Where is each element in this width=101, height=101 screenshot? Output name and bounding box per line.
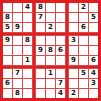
cell-r9c3-empty[interactable]: [23, 89, 32, 98]
cell-r6c2-empty[interactable]: [13, 56, 22, 65]
cell-r1c2-empty[interactable]: [13, 3, 22, 12]
cell-r9c4-empty[interactable]: [36, 89, 45, 98]
cell-r9c5-empty[interactable]: [46, 89, 55, 98]
cell-r8c8-empty[interactable]: [79, 79, 88, 88]
cell-r7c7-empty[interactable]: [69, 69, 78, 78]
cell-r3c8-given: 6: [79, 23, 88, 32]
cell-r5c5-given: 8: [46, 46, 55, 55]
cell-r7c1-empty[interactable]: [3, 69, 12, 78]
cell-r6c8-empty[interactable]: [79, 56, 88, 65]
box-separator-horizontal: [3, 66, 98, 68]
cell-r1c9-empty[interactable]: [89, 3, 98, 12]
cell-r7c8-given: 5: [79, 69, 88, 78]
cell-r4c6-empty[interactable]: [56, 36, 65, 45]
cell-r7c4-empty[interactable]: [36, 69, 45, 78]
cell-r4c5-empty[interactable]: [46, 36, 55, 45]
cell-r2c8-empty[interactable]: [79, 13, 88, 22]
cell-r4c7-given: 3: [69, 36, 78, 45]
cell-r8c3-empty[interactable]: [23, 79, 32, 88]
box-separator-vertical: [33, 3, 35, 98]
cell-r4c2-empty[interactable]: [13, 36, 22, 45]
cell-r2c3-empty[interactable]: [23, 13, 32, 22]
cell-r6c3-given: 1: [23, 56, 32, 65]
cell-r1c8-given: 2: [79, 3, 88, 12]
cell-r7c9-given: 4: [89, 69, 98, 78]
cell-r8c9-given: 3: [89, 79, 98, 88]
cell-r4c8-empty[interactable]: [79, 36, 88, 45]
cell-r5c8-empty[interactable]: [79, 46, 88, 55]
cell-r3c4-empty[interactable]: [36, 23, 45, 32]
cell-r6c6-empty[interactable]: [56, 56, 65, 65]
cell-r7c2-given: 7: [13, 69, 22, 78]
cell-r5c9-empty[interactable]: [89, 46, 98, 55]
cell-r8c6-given: 7: [56, 79, 65, 88]
cell-r3c6-empty[interactable]: [56, 23, 65, 32]
cell-r5c2-empty[interactable]: [13, 46, 22, 55]
sudoku-grid: 48287559269839861967154673842: [3, 3, 98, 98]
cell-r3c7-empty[interactable]: [69, 23, 78, 32]
cell-r2c4-given: 7: [36, 13, 45, 22]
cell-r7c3-empty[interactable]: [23, 69, 32, 78]
cell-r3c3-empty[interactable]: [23, 23, 32, 32]
cell-r2c1-given: 8: [3, 13, 12, 22]
cell-r2c6-empty[interactable]: [56, 13, 65, 22]
cell-r1c4-given: 8: [36, 3, 45, 12]
cell-r3c5-given: 2: [46, 23, 55, 32]
cell-r3c9-empty[interactable]: [89, 23, 98, 32]
cell-r6c7-given: 9: [69, 56, 78, 65]
cell-r5c6-given: 6: [56, 46, 65, 55]
cell-r2c2-empty[interactable]: [13, 13, 22, 22]
cell-r1c7-empty[interactable]: [69, 3, 78, 12]
cell-r7c6-empty[interactable]: [56, 69, 65, 78]
cell-r2c9-given: 5: [89, 13, 98, 22]
cell-r1c1-empty[interactable]: [3, 3, 12, 12]
cell-r8c4-empty[interactable]: [36, 79, 45, 88]
cell-r8c7-empty[interactable]: [69, 79, 78, 88]
cell-r4c1-given: 9: [3, 36, 12, 45]
cell-r9c1-empty[interactable]: [3, 89, 12, 98]
cell-r3c1-given: 5: [3, 23, 12, 32]
cell-r1c5-empty[interactable]: [46, 3, 55, 12]
cell-r5c4-given: 9: [36, 46, 45, 55]
sudoku-board: 48287559269839861967154673842: [0, 0, 101, 101]
cell-r2c7-empty[interactable]: [69, 13, 78, 22]
cell-r3c2-given: 9: [13, 23, 22, 32]
cell-r8c2-empty[interactable]: [13, 79, 22, 88]
cell-r5c1-empty[interactable]: [3, 46, 12, 55]
cell-r2c5-empty[interactable]: [46, 13, 55, 22]
cell-r4c4-empty[interactable]: [36, 36, 45, 45]
cell-r1c6-empty[interactable]: [56, 3, 65, 12]
cell-r9c8-empty[interactable]: [79, 89, 88, 98]
cell-r9c6-given: 4: [56, 89, 65, 98]
box-separator-horizontal: [3, 33, 98, 35]
cell-r6c4-empty[interactable]: [36, 56, 45, 65]
cell-r8c5-empty[interactable]: [46, 79, 55, 88]
cell-r4c9-empty[interactable]: [89, 36, 98, 45]
cell-r7c5-given: 1: [46, 69, 55, 78]
cell-r6c1-empty[interactable]: [3, 56, 12, 65]
cell-r9c9-empty[interactable]: [89, 89, 98, 98]
box-separator-vertical: [66, 3, 68, 98]
cell-r9c7-given: 2: [69, 89, 78, 98]
cell-r4c3-given: 8: [23, 36, 32, 45]
cell-r9c2-given: 8: [13, 89, 22, 98]
cell-r6c5-empty[interactable]: [46, 56, 55, 65]
cell-r5c7-empty[interactable]: [69, 46, 78, 55]
cell-r6c9-given: 6: [89, 56, 98, 65]
cell-r1c3-given: 4: [23, 3, 32, 12]
cell-r8c1-given: 6: [3, 79, 12, 88]
cell-r5c3-empty[interactable]: [23, 46, 32, 55]
